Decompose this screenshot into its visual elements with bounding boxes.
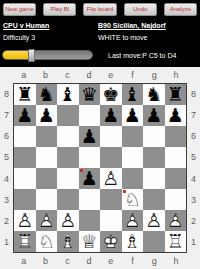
status-row-turn: Difficulty 3 WHITE to move xyxy=(0,34,200,41)
white-pawn-icon-outline: ♙ xyxy=(14,210,36,231)
rank-label-8: 8 xyxy=(187,83,200,104)
rank-label-8: 8 xyxy=(0,83,13,104)
file-label-b: b xyxy=(35,253,57,269)
square-a2[interactable]: ♟♙ xyxy=(14,210,36,231)
white-pawn-icon-outline: ♙ xyxy=(165,210,187,231)
square-g7[interactable]: ♟ xyxy=(143,105,165,126)
white-rook-icon: ♜♖ xyxy=(165,231,187,252)
file-label-e: e xyxy=(100,253,122,269)
square-h2[interactable]: ♟♙ xyxy=(165,210,187,231)
slider-row: Last move:P C5 to D4 xyxy=(0,50,200,60)
white-rook-icon-outline: ♖ xyxy=(14,231,36,252)
white-rook-icon: ♜♖ xyxy=(14,231,36,252)
black-pawn-icon: ♟ xyxy=(79,126,101,147)
white-pawn-icon: ♟♙ xyxy=(57,210,79,231)
rank-label-7: 7 xyxy=(187,104,200,125)
file-label-a: a xyxy=(13,253,35,269)
black-rook-icon: ♜ xyxy=(165,84,187,105)
black-knight-icon: ♞ xyxy=(36,84,58,105)
square-f8[interactable]: ♝ xyxy=(122,84,144,105)
white-pawn-icon-outline: ♙ xyxy=(143,210,165,231)
file-label-h: h xyxy=(165,67,187,83)
square-f1[interactable]: ♝♗ xyxy=(122,231,144,252)
chess-board: ♜♞♝♛♚♝♞♜♟♟♟♟♟♟♟♟♟♙♞♘♟♙♟♙♟♙♟♙♟♙♟♙♜♖♞♘♝♗♛♕… xyxy=(13,83,187,253)
square-c8[interactable]: ♝ xyxy=(57,84,79,105)
white-pawn-icon: ♟♙ xyxy=(14,210,36,231)
square-d8[interactable]: ♛ xyxy=(79,84,101,105)
black-pawn-icon: ♟ xyxy=(143,105,165,126)
square-a4[interactable] xyxy=(14,168,36,189)
square-b5[interactable] xyxy=(36,147,58,168)
file-label-f: f xyxy=(122,253,144,269)
square-f5[interactable] xyxy=(122,147,144,168)
black-king-icon: ♚ xyxy=(100,84,122,105)
square-e3[interactable] xyxy=(100,189,122,210)
square-e5[interactable] xyxy=(100,147,122,168)
square-b7[interactable]: ♟ xyxy=(36,105,58,126)
square-h6[interactable] xyxy=(165,126,187,147)
white-pawn-icon: ♟♙ xyxy=(36,210,58,231)
square-f2[interactable]: ♟♙ xyxy=(122,210,144,231)
opening-label: B90 Sicilian, Najdorf xyxy=(98,22,200,29)
square-a8[interactable]: ♜ xyxy=(14,84,36,105)
black-pawn-icon: ♟ xyxy=(165,105,187,126)
difficulty-slider[interactable] xyxy=(2,50,93,60)
square-a6[interactable] xyxy=(14,126,36,147)
square-d6[interactable]: ♟ xyxy=(79,126,101,147)
square-e7[interactable]: ♟ xyxy=(100,105,122,126)
square-c7[interactable] xyxy=(57,105,79,126)
undo-button[interactable]: Undo xyxy=(124,3,157,16)
square-g4[interactable] xyxy=(143,168,165,189)
file-label-c: c xyxy=(57,253,79,269)
new-game-button[interactable]: New game xyxy=(3,3,36,16)
square-f7[interactable]: ♟ xyxy=(122,105,144,126)
file-label-f: f xyxy=(122,67,144,83)
black-bishop-icon: ♝ xyxy=(122,84,144,105)
file-label-g: g xyxy=(144,67,166,83)
white-pawn-icon-outline: ♙ xyxy=(122,210,144,231)
square-b4[interactable] xyxy=(36,168,58,189)
black-pawn-icon: ♟ xyxy=(100,105,122,126)
square-a5[interactable] xyxy=(14,147,36,168)
square-a7[interactable]: ♟ xyxy=(14,105,36,126)
file-label-a: a xyxy=(13,67,35,83)
file-labels-top: abcdefgh xyxy=(13,67,187,83)
players-label: CPU v Human xyxy=(0,22,98,29)
rank-label-2: 2 xyxy=(187,211,200,232)
white-knight-icon-outline: ♘ xyxy=(36,231,58,252)
black-pawn-icon: ♟ xyxy=(122,105,144,126)
square-g1[interactable] xyxy=(143,231,165,252)
rank-labels-left: 87654321 xyxy=(0,83,13,253)
rank-label-4: 4 xyxy=(187,168,200,189)
square-g5[interactable] xyxy=(143,147,165,168)
white-pawn-icon: ♟♙ xyxy=(122,210,144,231)
square-c6[interactable] xyxy=(57,126,79,147)
square-c1[interactable]: ♝♗ xyxy=(57,231,79,252)
square-e6[interactable] xyxy=(100,126,122,147)
square-a3[interactable] xyxy=(14,189,36,210)
square-g8[interactable]: ♞ xyxy=(143,84,165,105)
white-pawn-icon: ♟♙ xyxy=(143,210,165,231)
toolbar: New gamePlay BlFlip boardUndoAnalyze xyxy=(0,2,200,17)
square-e4[interactable]: ♟♙ xyxy=(100,168,122,189)
last-move-label: Last move:P C5 to D4 xyxy=(108,52,176,59)
file-labels-bottom: abcdefgh xyxy=(13,253,187,269)
rank-label-6: 6 xyxy=(187,126,200,147)
rank-label-1: 1 xyxy=(187,232,200,253)
white-pawn-icon-outline: ♙ xyxy=(57,210,79,231)
rank-label-4: 4 xyxy=(0,168,13,189)
turn-indicator: WHITE to move xyxy=(98,34,200,41)
black-pawn-icon: ♟ xyxy=(14,105,36,126)
rank-label-7: 7 xyxy=(0,104,13,125)
square-f3[interactable]: ♞♘ xyxy=(122,189,144,210)
square-g2[interactable]: ♟♙ xyxy=(143,210,165,231)
white-pawn-icon: ♟♙ xyxy=(165,210,187,231)
square-d4[interactable]: ♟ xyxy=(79,168,101,189)
file-label-e: e xyxy=(100,67,122,83)
white-pawn-icon-outline: ♙ xyxy=(36,210,58,231)
white-queen-icon: ♛♕ xyxy=(79,231,101,252)
white-bishop-icon: ♝♗ xyxy=(122,231,144,252)
square-b2[interactable]: ♟♙ xyxy=(36,210,58,231)
difficulty-label: Difficulty 3 xyxy=(0,34,98,41)
black-knight-icon: ♞ xyxy=(143,84,165,105)
move-highlight-marker xyxy=(123,190,126,193)
black-pawn-icon: ♟ xyxy=(36,105,58,126)
square-h7[interactable]: ♟ xyxy=(165,105,187,126)
corner xyxy=(0,253,13,269)
square-c5[interactable] xyxy=(57,147,79,168)
square-h4[interactable] xyxy=(165,168,187,189)
flip-board-button[interactable]: Flip board xyxy=(83,3,116,16)
square-e1[interactable]: ♚♔ xyxy=(100,231,122,252)
square-d1[interactable]: ♛♕ xyxy=(79,231,101,252)
square-e2[interactable] xyxy=(100,210,122,231)
file-label-c: c xyxy=(57,67,79,83)
white-bishop-icon-outline: ♗ xyxy=(57,231,79,252)
white-pawn-icon-outline: ♙ xyxy=(100,168,122,189)
white-queen-icon-outline: ♕ xyxy=(79,231,101,252)
square-h3[interactable] xyxy=(165,189,187,210)
square-f4[interactable] xyxy=(122,168,144,189)
play-black-button[interactable]: Play Bl xyxy=(43,3,76,16)
rank-label-6: 6 xyxy=(0,126,13,147)
square-c3[interactable] xyxy=(57,189,79,210)
corner xyxy=(187,67,200,83)
file-label-d: d xyxy=(78,67,100,83)
square-g3[interactable] xyxy=(143,189,165,210)
white-rook-icon-outline: ♖ xyxy=(165,231,187,252)
file-label-g: g xyxy=(144,253,166,269)
square-b3[interactable] xyxy=(36,189,58,210)
corner xyxy=(187,253,200,269)
file-label-d: d xyxy=(78,253,100,269)
difficulty-slider-fill xyxy=(3,51,31,59)
square-d3[interactable] xyxy=(79,189,101,210)
square-c4[interactable] xyxy=(57,168,79,189)
rank-label-3: 3 xyxy=(187,189,200,210)
rank-label-1: 1 xyxy=(0,232,13,253)
square-g6[interactable] xyxy=(143,126,165,147)
black-bishop-icon: ♝ xyxy=(57,84,79,105)
square-f6[interactable] xyxy=(122,126,144,147)
square-b1[interactable]: ♞♘ xyxy=(36,231,58,252)
difficulty-slider-thumb[interactable] xyxy=(28,49,35,62)
white-knight-icon: ♞♘ xyxy=(36,231,58,252)
white-bishop-icon: ♝♗ xyxy=(57,231,79,252)
square-d2[interactable] xyxy=(79,210,101,231)
square-e8[interactable]: ♚ xyxy=(100,84,122,105)
rank-label-3: 3 xyxy=(0,189,13,210)
analyze-button[interactable]: Analyze xyxy=(164,3,197,16)
status-row-players: CPU v Human B90 Sicilian, Najdorf xyxy=(0,22,200,29)
square-d7[interactable] xyxy=(79,105,101,126)
top-panel: New gamePlay BlFlip boardUndoAnalyze CPU… xyxy=(0,0,200,67)
move-highlight-marker xyxy=(80,169,83,172)
white-bishop-icon-outline: ♗ xyxy=(122,231,144,252)
square-b6[interactable] xyxy=(36,126,58,147)
square-h5[interactable] xyxy=(165,147,187,168)
square-c2[interactable]: ♟♙ xyxy=(57,210,79,231)
rank-label-2: 2 xyxy=(0,211,13,232)
file-label-h: h xyxy=(165,253,187,269)
board-frame: abcdefgh 87654321 ♜♞♝♛♚♝♞♜♟♟♟♟♟♟♟♟♟♙♞♘♟♙… xyxy=(0,67,200,269)
file-label-b: b xyxy=(35,67,57,83)
square-b8[interactable]: ♞ xyxy=(36,84,58,105)
rank-labels-right: 87654321 xyxy=(187,83,200,253)
white-king-icon: ♚♔ xyxy=(100,231,122,252)
square-a1[interactable]: ♜♖ xyxy=(14,231,36,252)
black-queen-icon: ♛ xyxy=(79,84,101,105)
corner xyxy=(0,67,13,83)
rank-label-5: 5 xyxy=(187,147,200,168)
white-pawn-icon: ♟♙ xyxy=(100,168,122,189)
rank-label-5: 5 xyxy=(0,147,13,168)
black-rook-icon: ♜ xyxy=(14,84,36,105)
square-h8[interactable]: ♜ xyxy=(165,84,187,105)
square-h1[interactable]: ♜♖ xyxy=(165,231,187,252)
square-d5[interactable] xyxy=(79,147,101,168)
white-king-icon-outline: ♔ xyxy=(100,231,122,252)
